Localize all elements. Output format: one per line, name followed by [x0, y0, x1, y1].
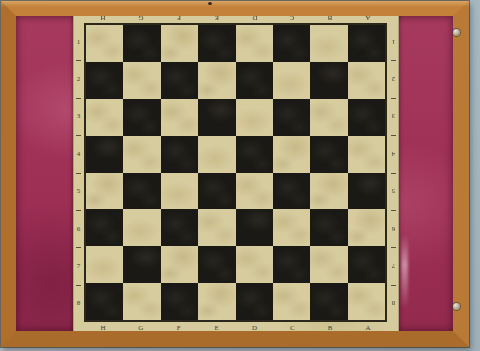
square-d8[interactable]: [236, 283, 273, 320]
rank-tick: [391, 98, 396, 99]
square-f2[interactable]: [161, 62, 198, 99]
file-label-bottom-g: G: [122, 324, 160, 331]
square-e6[interactable]: [198, 209, 235, 246]
square-a8[interactable]: [348, 283, 385, 320]
square-c4[interactable]: [273, 136, 310, 173]
square-a5[interactable]: [348, 173, 385, 210]
rank-label-right-7: 7: [389, 262, 398, 270]
square-b3[interactable]: [310, 99, 347, 136]
square-h7[interactable]: [86, 246, 123, 283]
rank-label-left-3: 3: [74, 112, 83, 120]
square-f3[interactable]: [161, 99, 198, 136]
square-c8[interactable]: [273, 283, 310, 320]
square-a7[interactable]: [348, 246, 385, 283]
square-b8[interactable]: [310, 283, 347, 320]
square-d7[interactable]: [236, 246, 273, 283]
rank-tick: [391, 285, 396, 286]
square-d2[interactable]: [236, 62, 273, 99]
file-label-top-d: D: [236, 16, 274, 22]
file-label-bottom-a: A: [349, 324, 387, 331]
rank-label-right-5: 5: [389, 187, 398, 195]
chess-board-grid: [86, 25, 385, 320]
square-c2[interactable]: [273, 62, 310, 99]
rank-tick: [76, 210, 81, 211]
square-g6[interactable]: [123, 209, 160, 246]
rank-tick: [76, 135, 81, 136]
square-e5[interactable]: [198, 173, 235, 210]
square-g4[interactable]: [123, 136, 160, 173]
square-e4[interactable]: [198, 136, 235, 173]
square-e2[interactable]: [198, 62, 235, 99]
rank-label-left-5: 5: [74, 187, 83, 195]
rank-tick: [391, 173, 396, 174]
nail-icon: [208, 2, 212, 5]
file-label-bottom-h: H: [84, 324, 122, 331]
chessboard-photo: HGFEDCBAHGFEDCBA1234567812345678: [0, 0, 480, 351]
frame-highlight: [1, 1, 469, 7]
file-label-top-g: G: [122, 16, 160, 22]
square-d5[interactable]: [236, 173, 273, 210]
square-g5[interactable]: [123, 173, 160, 210]
rank-tick: [76, 60, 81, 61]
square-a6[interactable]: [348, 209, 385, 246]
file-label-top-b: B: [311, 16, 349, 22]
square-d4[interactable]: [236, 136, 273, 173]
square-b6[interactable]: [310, 209, 347, 246]
square-e8[interactable]: [198, 283, 235, 320]
square-h3[interactable]: [86, 99, 123, 136]
file-label-bottom-c: C: [273, 324, 311, 331]
square-g1[interactable]: [123, 25, 160, 62]
square-g8[interactable]: [123, 283, 160, 320]
rank-tick: [76, 285, 81, 286]
square-e3[interactable]: [198, 99, 235, 136]
rank-label-left-1: 1: [74, 38, 83, 46]
rank-tick: [391, 135, 396, 136]
rank-tick: [391, 60, 396, 61]
file-label-top-e: E: [198, 16, 236, 22]
frame-inner-panel: HGFEDCBAHGFEDCBA1234567812345678: [16, 16, 453, 331]
rank-label-left-2: 2: [74, 75, 83, 83]
square-f1[interactable]: [161, 25, 198, 62]
square-h8[interactable]: [86, 283, 123, 320]
rank-label-left-8: 8: [74, 299, 83, 307]
square-h1[interactable]: [86, 25, 123, 62]
file-label-top-c: C: [273, 16, 311, 22]
square-g3[interactable]: [123, 99, 160, 136]
file-label-top-h: H: [84, 16, 122, 22]
light-reflection: [401, 235, 408, 309]
square-e1[interactable]: [198, 25, 235, 62]
screw-icon: [453, 303, 460, 310]
rank-label-right-3: 3: [389, 112, 398, 120]
square-f7[interactable]: [161, 246, 198, 283]
square-f5[interactable]: [161, 173, 198, 210]
square-g7[interactable]: [123, 246, 160, 283]
rank-label-left-7: 7: [74, 262, 83, 270]
square-c7[interactable]: [273, 246, 310, 283]
square-a1[interactable]: [348, 25, 385, 62]
file-label-bottom-b: B: [311, 324, 349, 331]
file-label-top-a: A: [349, 16, 387, 22]
square-b7[interactable]: [310, 246, 347, 283]
square-h6[interactable]: [86, 209, 123, 246]
screw-icon: [453, 29, 460, 36]
square-f4[interactable]: [161, 136, 198, 173]
square-d6[interactable]: [236, 209, 273, 246]
rank-tick: [391, 210, 396, 211]
square-b4[interactable]: [310, 136, 347, 173]
square-e7[interactable]: [198, 246, 235, 283]
square-h4[interactable]: [86, 136, 123, 173]
rank-tick: [76, 98, 81, 99]
square-d3[interactable]: [236, 99, 273, 136]
rank-tick: [76, 173, 81, 174]
square-h5[interactable]: [86, 173, 123, 210]
square-a3[interactable]: [348, 99, 385, 136]
square-a4[interactable]: [348, 136, 385, 173]
square-h2[interactable]: [86, 62, 123, 99]
wooden-frame: HGFEDCBAHGFEDCBA1234567812345678: [1, 1, 469, 347]
square-c1[interactable]: [273, 25, 310, 62]
square-g2[interactable]: [123, 62, 160, 99]
square-f6[interactable]: [161, 209, 198, 246]
file-label-bottom-e: E: [198, 324, 236, 331]
square-c5[interactable]: [273, 173, 310, 210]
square-c6[interactable]: [273, 209, 310, 246]
square-c3[interactable]: [273, 99, 310, 136]
rank-label-right-6: 6: [389, 225, 398, 233]
rank-label-left-4: 4: [74, 150, 83, 158]
file-label-bottom-d: D: [236, 324, 274, 331]
rank-tick: [391, 247, 396, 248]
square-b1[interactable]: [310, 25, 347, 62]
board-card: HGFEDCBAHGFEDCBA1234567812345678: [73, 16, 399, 331]
square-d1[interactable]: [236, 25, 273, 62]
rank-tick: [76, 247, 81, 248]
rank-label-right-1: 1: [389, 38, 398, 46]
board-outline: [84, 23, 387, 322]
file-label-bottom-f: F: [160, 324, 198, 331]
rank-label-left-6: 6: [74, 225, 83, 233]
rank-label-right-8: 8: [389, 299, 398, 307]
file-label-top-f: F: [160, 16, 198, 22]
rank-label-right-4: 4: [389, 150, 398, 158]
square-b2[interactable]: [310, 62, 347, 99]
square-b5[interactable]: [310, 173, 347, 210]
square-f8[interactable]: [161, 283, 198, 320]
rank-label-right-2: 2: [389, 75, 398, 83]
square-a2[interactable]: [348, 62, 385, 99]
